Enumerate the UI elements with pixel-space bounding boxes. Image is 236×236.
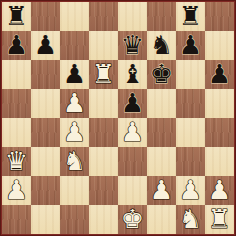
white-knight-g1[interactable]: ♞ <box>179 205 202 234</box>
square-g7[interactable]: ♟ <box>176 31 205 60</box>
square-a6[interactable] <box>2 60 31 89</box>
square-h3[interactable] <box>205 147 234 176</box>
black-pawn-e5[interactable]: ♟ <box>121 89 144 118</box>
white-pawn-g2[interactable]: ♟ <box>179 176 202 205</box>
square-f4[interactable] <box>147 118 176 147</box>
square-h8[interactable] <box>205 2 234 31</box>
square-h5[interactable] <box>205 89 234 118</box>
square-e7[interactable]: ♛ <box>118 31 147 60</box>
square-b1[interactable] <box>31 205 60 234</box>
square-c4[interactable]: ♟ <box>60 118 89 147</box>
square-e4[interactable]: ♟ <box>118 118 147 147</box>
square-d1[interactable] <box>89 205 118 234</box>
square-c6[interactable]: ♟ <box>60 60 89 89</box>
square-e8[interactable] <box>118 2 147 31</box>
square-e2[interactable] <box>118 176 147 205</box>
square-c3[interactable]: ♞ <box>60 147 89 176</box>
square-a7[interactable]: ♟ <box>2 31 31 60</box>
black-pawn-h6[interactable]: ♟ <box>208 60 231 89</box>
square-h7[interactable] <box>205 31 234 60</box>
square-e1[interactable]: ♚ <box>118 205 147 234</box>
white-pawn-c5[interactable]: ♟ <box>63 89 86 118</box>
white-pawn-a2[interactable]: ♟ <box>5 176 28 205</box>
square-a3[interactable]: ♛ <box>2 147 31 176</box>
chess-board: ♜♜♟♟♛♞♟♟♜♝♚♟♟♟♟♟♛♞♟♟♟♟♚♞♜ <box>2 2 234 234</box>
square-h6[interactable]: ♟ <box>205 60 234 89</box>
black-knight-f7[interactable]: ♞ <box>150 31 173 60</box>
square-e5[interactable]: ♟ <box>118 89 147 118</box>
square-b8[interactable] <box>31 2 60 31</box>
square-c8[interactable] <box>60 2 89 31</box>
square-d5[interactable] <box>89 89 118 118</box>
square-g4[interactable] <box>176 118 205 147</box>
square-h2[interactable]: ♟ <box>205 176 234 205</box>
white-pawn-e4[interactable]: ♟ <box>121 118 144 147</box>
square-f3[interactable] <box>147 147 176 176</box>
square-f7[interactable]: ♞ <box>147 31 176 60</box>
black-bishop-e6[interactable]: ♝ <box>121 60 144 89</box>
white-rook-h1[interactable]: ♜ <box>208 205 231 234</box>
black-king-f6[interactable]: ♚ <box>150 60 173 89</box>
square-h4[interactable] <box>205 118 234 147</box>
square-a2[interactable]: ♟ <box>2 176 31 205</box>
white-rook-d6[interactable]: ♜ <box>92 60 115 89</box>
square-b4[interactable] <box>31 118 60 147</box>
black-pawn-g7[interactable]: ♟ <box>179 31 202 60</box>
square-d2[interactable] <box>89 176 118 205</box>
square-f6[interactable]: ♚ <box>147 60 176 89</box>
square-f5[interactable] <box>147 89 176 118</box>
black-rook-g8[interactable]: ♜ <box>179 2 202 31</box>
black-queen-e7[interactable]: ♛ <box>121 31 144 60</box>
square-e3[interactable] <box>118 147 147 176</box>
square-b5[interactable] <box>31 89 60 118</box>
white-knight-c3[interactable]: ♞ <box>63 147 86 176</box>
square-h1[interactable]: ♜ <box>205 205 234 234</box>
black-pawn-b7[interactable]: ♟ <box>34 31 57 60</box>
white-king-e1[interactable]: ♚ <box>121 205 144 234</box>
square-d8[interactable] <box>89 2 118 31</box>
square-c7[interactable] <box>60 31 89 60</box>
square-b7[interactable]: ♟ <box>31 31 60 60</box>
square-b3[interactable] <box>31 147 60 176</box>
square-c1[interactable] <box>60 205 89 234</box>
square-f1[interactable] <box>147 205 176 234</box>
square-d7[interactable] <box>89 31 118 60</box>
square-g5[interactable] <box>176 89 205 118</box>
square-b2[interactable] <box>31 176 60 205</box>
square-a8[interactable]: ♜ <box>2 2 31 31</box>
square-f2[interactable]: ♟ <box>147 176 176 205</box>
white-pawn-c4[interactable]: ♟ <box>63 118 86 147</box>
square-e6[interactable]: ♝ <box>118 60 147 89</box>
square-g2[interactable]: ♟ <box>176 176 205 205</box>
square-d4[interactable] <box>89 118 118 147</box>
black-rook-a8[interactable]: ♜ <box>5 2 28 31</box>
square-g6[interactable] <box>176 60 205 89</box>
square-c2[interactable] <box>60 176 89 205</box>
black-pawn-c6[interactable]: ♟ <box>63 60 86 89</box>
square-g1[interactable]: ♞ <box>176 205 205 234</box>
square-a1[interactable] <box>2 205 31 234</box>
square-d6[interactable]: ♜ <box>89 60 118 89</box>
square-b6[interactable] <box>31 60 60 89</box>
square-d3[interactable] <box>89 147 118 176</box>
square-f8[interactable] <box>147 2 176 31</box>
square-g8[interactable]: ♜ <box>176 2 205 31</box>
white-queen-a3[interactable]: ♛ <box>5 147 28 176</box>
square-c5[interactable]: ♟ <box>60 89 89 118</box>
white-pawn-f2[interactable]: ♟ <box>150 176 173 205</box>
square-g3[interactable] <box>176 147 205 176</box>
square-a4[interactable] <box>2 118 31 147</box>
white-pawn-h2[interactable]: ♟ <box>208 176 231 205</box>
square-a5[interactable] <box>2 89 31 118</box>
black-pawn-a7[interactable]: ♟ <box>5 31 28 60</box>
chess-board-frame: ♜♜♟♟♛♞♟♟♜♝♚♟♟♟♟♟♛♞♟♟♟♟♚♞♜ <box>0 0 236 236</box>
